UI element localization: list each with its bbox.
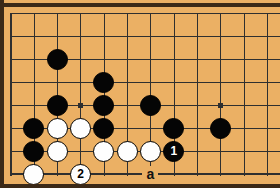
stone-black (23, 118, 44, 139)
point-label: a (139, 163, 162, 186)
stone-white (47, 141, 68, 162)
white-stone-point (22, 163, 45, 186)
white-stone-point (115, 140, 138, 163)
stone-black-move-1: 1 (163, 141, 184, 162)
black-stone-point (209, 117, 232, 140)
black-stone-point (22, 140, 45, 163)
white-stone-point (92, 140, 115, 163)
black-stone-point: 1 (162, 140, 185, 163)
black-stone-point (92, 71, 115, 94)
board-frame-bottom (0, 184, 280, 188)
hoshi-marker (218, 103, 223, 108)
stone-black (93, 95, 114, 116)
stone-white (23, 164, 44, 185)
hoshi-marker (78, 103, 83, 108)
stone-white (93, 141, 114, 162)
stone-grid: a12 (0, 2, 279, 186)
move-number: 1 (170, 145, 177, 157)
black-stone-point (46, 94, 69, 117)
stone-black (93, 118, 114, 139)
stone-white (140, 141, 161, 162)
stone-white (47, 118, 68, 139)
black-stone-point (162, 117, 185, 140)
board-frame-top (0, 3, 280, 7)
stone-black (163, 118, 184, 139)
move-number: 2 (77, 168, 84, 180)
white-stone-point (69, 117, 92, 140)
hoshi-point (209, 94, 232, 117)
stone-black (93, 72, 114, 93)
stone-white (70, 118, 91, 139)
point-label-a: a (142, 166, 158, 183)
white-stone-point (46, 117, 69, 140)
stone-black (47, 95, 68, 116)
white-stone-point (139, 140, 162, 163)
board-frame-left (0, 0, 4, 188)
stone-black (210, 118, 231, 139)
hoshi-point (69, 94, 92, 117)
stone-black (140, 95, 161, 116)
stone-black (23, 141, 44, 162)
go-board: a12 (0, 0, 280, 188)
white-stone-point: 2 (69, 163, 92, 186)
black-stone-point (92, 94, 115, 117)
black-stone-point (139, 94, 162, 117)
black-stone-point (22, 117, 45, 140)
black-stone-point (46, 48, 69, 71)
white-stone-point (46, 140, 69, 163)
stone-black (47, 49, 68, 70)
black-stone-point (92, 117, 115, 140)
stone-white-move-2: 2 (70, 164, 91, 185)
stone-white (117, 141, 138, 162)
